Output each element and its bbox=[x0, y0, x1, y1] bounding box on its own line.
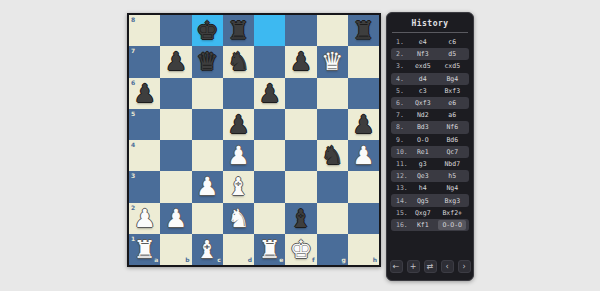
square-a2[interactable]: 2♟ bbox=[129, 203, 160, 234]
move-row-7: 7.Nd2a6 bbox=[391, 109, 469, 121]
file-label-b: b bbox=[185, 257, 189, 263]
move-white-5[interactable]: c3 bbox=[408, 87, 438, 95]
square-f1[interactable]: f♚ bbox=[285, 234, 316, 265]
move-white-13[interactable]: h4 bbox=[408, 184, 438, 192]
move-black-16[interactable]: O-O-O bbox=[438, 220, 466, 230]
rank-label-4: 4 bbox=[131, 142, 135, 148]
square-g6[interactable] bbox=[317, 78, 348, 109]
move-number: 4. bbox=[393, 75, 408, 83]
move-row-6: 6.Qxf3e6 bbox=[391, 97, 469, 109]
move-number: 15. bbox=[393, 209, 408, 217]
file-label-c: c bbox=[217, 257, 221, 263]
square-c6[interactable] bbox=[192, 78, 223, 109]
move-black-9[interactable]: Bd6 bbox=[438, 136, 468, 144]
move-number: 11. bbox=[393, 160, 408, 168]
move-row-11: 11.g3Nbd7 bbox=[391, 158, 469, 170]
black-pawn-piece[interactable]: ♟ bbox=[133, 81, 155, 106]
black-pawn-piece[interactable]: ♟ bbox=[227, 112, 249, 137]
square-f4[interactable] bbox=[285, 140, 316, 171]
square-g2[interactable] bbox=[317, 203, 348, 234]
move-number: 8. bbox=[393, 123, 408, 131]
file-label-d: d bbox=[248, 257, 252, 263]
history-divider bbox=[392, 32, 468, 33]
square-d8[interactable]: ♜ bbox=[223, 15, 254, 46]
move-number: 12. bbox=[393, 172, 408, 180]
move-white-8[interactable]: Bd3 bbox=[408, 123, 438, 131]
prev-move-button[interactable]: ‹ bbox=[441, 260, 454, 273]
square-a3[interactable]: 3 bbox=[129, 171, 160, 202]
move-black-13[interactable]: Ng4 bbox=[438, 184, 468, 192]
file-label-f: f bbox=[312, 257, 315, 263]
black-pawn-piece[interactable]: ♟ bbox=[258, 81, 280, 106]
move-black-7[interactable]: a6 bbox=[438, 111, 468, 119]
square-f8[interactable] bbox=[285, 15, 316, 46]
move-row-1: 1.e4c6 bbox=[391, 36, 469, 48]
move-row-12: 12.Qe3h5 bbox=[391, 170, 469, 182]
white-pawn-piece[interactable]: ♟ bbox=[165, 206, 187, 231]
file-label-a: a bbox=[154, 257, 158, 263]
move-number: 16. bbox=[393, 221, 408, 229]
move-number: 3. bbox=[393, 62, 408, 70]
move-number: 10. bbox=[393, 148, 408, 156]
white-pawn-piece[interactable]: ♟ bbox=[196, 174, 218, 199]
move-row-16: 16.Kf1O-O-O bbox=[391, 219, 469, 231]
move-white-14[interactable]: Qg5 bbox=[408, 197, 438, 205]
move-row-4: 4.d4Bg4 bbox=[391, 73, 469, 85]
black-pawn-piece[interactable]: ♟ bbox=[290, 49, 312, 74]
history-title: History bbox=[387, 13, 473, 28]
square-e1[interactable]: e♜ bbox=[254, 234, 285, 265]
move-row-9: 9.O-OBd6 bbox=[391, 134, 469, 146]
move-white-7[interactable]: Nd2 bbox=[408, 111, 438, 119]
history-panel: History 1.e4c62.Nf3d53.exd5cxd54.d4Bg45.… bbox=[386, 12, 474, 281]
square-e6[interactable]: ♟ bbox=[254, 78, 285, 109]
move-number: 6. bbox=[393, 99, 408, 107]
next-move-button[interactable]: › bbox=[458, 260, 471, 273]
move-black-6[interactable]: e6 bbox=[438, 99, 468, 107]
file-label-h: h bbox=[373, 257, 377, 263]
move-black-1[interactable]: c6 bbox=[438, 38, 468, 46]
square-b8[interactable] bbox=[160, 15, 191, 46]
move-white-2[interactable]: Nf3 bbox=[408, 50, 438, 58]
square-f7[interactable]: ♟ bbox=[285, 46, 316, 77]
rank-label-3: 3 bbox=[131, 173, 135, 179]
move-black-3[interactable]: cxd5 bbox=[438, 62, 468, 70]
chess-board: 8♚♜♜7♟♛♞♟♛6♟♟5♟♟4♟♞♟3♟♝2♟♟♞♝1a♜bc♝de♜f♚g… bbox=[129, 15, 379, 265]
square-d4[interactable]: ♟ bbox=[223, 140, 254, 171]
move-black-11[interactable]: Nbd7 bbox=[438, 160, 468, 168]
square-e7[interactable] bbox=[254, 46, 285, 77]
move-white-10[interactable]: Re1 bbox=[408, 148, 438, 156]
square-a6[interactable]: 6♟ bbox=[129, 78, 160, 109]
square-c3[interactable]: ♟ bbox=[192, 171, 223, 202]
move-row-14: 14.Qg5Bxg3 bbox=[391, 194, 469, 206]
white-knight-piece[interactable]: ♞ bbox=[227, 206, 249, 231]
square-d3[interactable]: ♝ bbox=[223, 171, 254, 202]
square-f5[interactable] bbox=[285, 109, 316, 140]
square-b4[interactable] bbox=[160, 140, 191, 171]
square-c7[interactable]: ♛ bbox=[192, 46, 223, 77]
square-c1[interactable]: c♝ bbox=[192, 234, 223, 265]
square-h1[interactable]: h bbox=[348, 234, 379, 265]
move-white-3[interactable]: exd5 bbox=[408, 62, 438, 70]
black-queen-piece[interactable]: ♛ bbox=[196, 49, 218, 74]
file-label-g: g bbox=[341, 257, 345, 263]
move-black-10[interactable]: Qc7 bbox=[438, 148, 468, 156]
move-black-8[interactable]: Nf6 bbox=[438, 123, 468, 131]
move-number: 1. bbox=[393, 38, 408, 46]
move-white-16[interactable]: Kf1 bbox=[408, 221, 438, 229]
square-e3[interactable] bbox=[254, 171, 285, 202]
move-black-2[interactable]: d5 bbox=[438, 50, 468, 58]
move-row-8: 8.Bd3Nf6 bbox=[391, 121, 469, 133]
square-h8[interactable]: ♜ bbox=[348, 15, 379, 46]
square-c4[interactable] bbox=[192, 140, 223, 171]
black-rook-piece[interactable]: ♜ bbox=[352, 18, 374, 43]
black-knight-piece[interactable]: ♞ bbox=[321, 143, 343, 168]
rank-label-1: 1 bbox=[131, 236, 135, 242]
square-f6[interactable] bbox=[285, 78, 316, 109]
square-e5[interactable] bbox=[254, 109, 285, 140]
move-white-4[interactable]: d4 bbox=[408, 75, 438, 83]
black-king-piece[interactable]: ♚ bbox=[196, 18, 218, 43]
black-rook-piece[interactable]: ♜ bbox=[227, 18, 249, 43]
square-a5[interactable]: 5 bbox=[129, 109, 160, 140]
arrow-left-button[interactable]: ← bbox=[390, 260, 403, 273]
square-h4[interactable]: ♟ bbox=[348, 140, 379, 171]
square-h3[interactable] bbox=[348, 171, 379, 202]
square-a4[interactable]: 4 bbox=[129, 140, 160, 171]
chess-board-frame: 8♚♜♜7♟♛♞♟♛6♟♟5♟♟4♟♞♟3♟♝2♟♟♞♝1a♜bc♝de♜f♚g… bbox=[127, 13, 381, 267]
move-number: 7. bbox=[393, 111, 408, 119]
move-white-15[interactable]: Qxg7 bbox=[408, 209, 438, 217]
move-row-15: 15.Qxg7Bxf2+ bbox=[391, 207, 469, 219]
square-f3[interactable] bbox=[285, 171, 316, 202]
move-black-12[interactable]: h5 bbox=[438, 172, 468, 180]
square-b2[interactable]: ♟ bbox=[160, 203, 191, 234]
square-g7[interactable]: ♛ bbox=[317, 46, 348, 77]
move-white-1[interactable]: e4 bbox=[408, 38, 438, 46]
square-f2[interactable]: ♝ bbox=[285, 203, 316, 234]
square-b1[interactable]: b bbox=[160, 234, 191, 265]
move-black-5[interactable]: Bxf3 bbox=[438, 87, 468, 95]
move-number: 13. bbox=[393, 184, 408, 192]
white-bishop-piece[interactable]: ♝ bbox=[196, 237, 218, 262]
square-d5[interactable]: ♟ bbox=[223, 109, 254, 140]
square-e8[interactable] bbox=[254, 15, 285, 46]
black-pawn-piece[interactable]: ♟ bbox=[352, 112, 374, 137]
square-d6[interactable] bbox=[223, 78, 254, 109]
square-c5[interactable] bbox=[192, 109, 223, 140]
history-controls: ←+⇄‹› bbox=[387, 260, 473, 273]
plus-button[interactable]: + bbox=[407, 260, 420, 273]
square-a1[interactable]: 1a♜ bbox=[129, 234, 160, 265]
square-g5[interactable] bbox=[317, 109, 348, 140]
rank-label-7: 7 bbox=[131, 48, 135, 54]
square-c2[interactable] bbox=[192, 203, 223, 234]
black-bishop-piece[interactable]: ♝ bbox=[290, 206, 312, 231]
square-h6[interactable] bbox=[348, 78, 379, 109]
move-number: 9. bbox=[393, 136, 408, 144]
move-row-2: 2.Nf3d5 bbox=[391, 48, 469, 60]
white-bishop-piece[interactable]: ♝ bbox=[227, 174, 249, 199]
square-d2[interactable]: ♞ bbox=[223, 203, 254, 234]
square-d1[interactable]: d bbox=[223, 234, 254, 265]
square-c8[interactable]: ♚ bbox=[192, 15, 223, 46]
move-black-15[interactable]: Bxf2+ bbox=[438, 209, 468, 217]
rank-label-2: 2 bbox=[131, 205, 135, 211]
move-row-13: 13.h4Ng4 bbox=[391, 182, 469, 194]
moves-list: 1.e4c62.Nf3d53.exd5cxd54.d4Bg45.c3Bxf36.… bbox=[387, 35, 473, 231]
move-white-9[interactable]: O-O bbox=[408, 136, 438, 144]
white-pawn-piece[interactable]: ♟ bbox=[133, 206, 155, 231]
white-rook-piece[interactable]: ♜ bbox=[133, 237, 155, 262]
square-b5[interactable] bbox=[160, 109, 191, 140]
black-knight-piece[interactable]: ♞ bbox=[227, 49, 249, 74]
white-king-piece[interactable]: ♚ bbox=[290, 237, 312, 262]
move-number: 5. bbox=[393, 87, 408, 95]
square-e2[interactable] bbox=[254, 203, 285, 234]
white-rook-piece[interactable]: ♜ bbox=[258, 237, 280, 262]
white-queen-piece[interactable]: ♛ bbox=[321, 49, 343, 74]
square-g8[interactable] bbox=[317, 15, 348, 46]
file-label-e: e bbox=[279, 257, 283, 263]
move-row-10: 10.Re1Qc7 bbox=[391, 146, 469, 158]
square-b7[interactable]: ♟ bbox=[160, 46, 191, 77]
move-white-12[interactable]: Qe3 bbox=[408, 172, 438, 180]
rank-label-8: 8 bbox=[131, 17, 135, 23]
square-g1[interactable]: g bbox=[317, 234, 348, 265]
move-black-14[interactable]: Bxg3 bbox=[438, 197, 468, 205]
move-number: 2. bbox=[393, 50, 408, 58]
square-g4[interactable]: ♞ bbox=[317, 140, 348, 171]
white-pawn-piece[interactable]: ♟ bbox=[227, 143, 249, 168]
square-b6[interactable] bbox=[160, 78, 191, 109]
flip-board-button[interactable]: ⇄ bbox=[424, 260, 437, 273]
move-white-6[interactable]: Qxf3 bbox=[408, 99, 438, 107]
square-h7[interactable] bbox=[348, 46, 379, 77]
white-pawn-piece[interactable]: ♟ bbox=[352, 143, 374, 168]
move-row-5: 5.c3Bxf3 bbox=[391, 85, 469, 97]
move-row-3: 3.exd5cxd5 bbox=[391, 60, 469, 72]
black-pawn-piece[interactable]: ♟ bbox=[165, 49, 187, 74]
move-white-11[interactable]: g3 bbox=[408, 160, 438, 168]
move-number: 14. bbox=[393, 197, 408, 205]
move-black-4[interactable]: Bg4 bbox=[438, 75, 468, 83]
square-h2[interactable] bbox=[348, 203, 379, 234]
square-h5[interactable]: ♟ bbox=[348, 109, 379, 140]
square-b3[interactable] bbox=[160, 171, 191, 202]
rank-label-6: 6 bbox=[131, 80, 135, 86]
square-a8[interactable]: 8 bbox=[129, 15, 160, 46]
square-a7[interactable]: 7 bbox=[129, 46, 160, 77]
square-e4[interactable] bbox=[254, 140, 285, 171]
rank-label-5: 5 bbox=[131, 111, 135, 117]
square-g3[interactable] bbox=[317, 171, 348, 202]
square-d7[interactable]: ♞ bbox=[223, 46, 254, 77]
